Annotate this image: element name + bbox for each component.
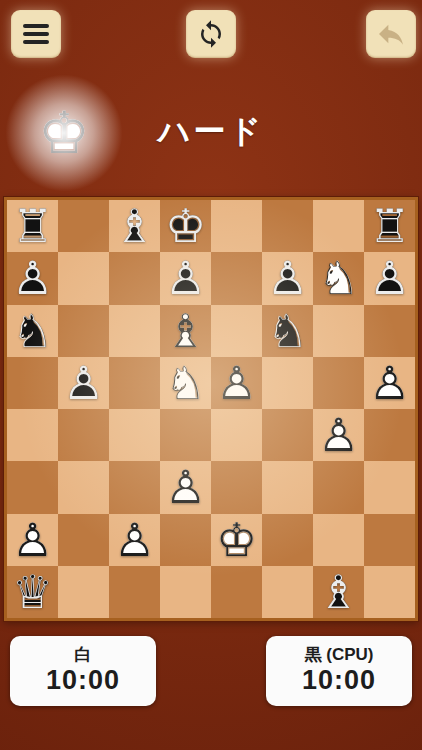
square-b1[interactable] (58, 566, 109, 618)
square-f1[interactable] (262, 566, 313, 618)
square-g2[interactable] (313, 514, 364, 566)
white-pawn: ♟♙ (313, 409, 364, 461)
square-h2[interactable] (364, 514, 415, 566)
black-rook: ♜♖ (364, 200, 415, 252)
square-c8[interactable]: ♝♗ (109, 200, 160, 252)
square-c6[interactable] (109, 305, 160, 357)
black-king: ♚♔ (160, 200, 211, 252)
black-clock-time: 10:00 (302, 666, 376, 696)
square-e4[interactable] (211, 409, 262, 461)
square-b7[interactable] (58, 252, 109, 304)
square-a3[interactable] (7, 461, 58, 513)
black-bishop: ♝♗ (313, 566, 364, 618)
square-h8[interactable]: ♜♖ (364, 200, 415, 252)
square-e5[interactable]: ♟♙ (211, 357, 262, 409)
square-f3[interactable] (262, 461, 313, 513)
square-c1[interactable] (109, 566, 160, 618)
square-c3[interactable] (109, 461, 160, 513)
square-e3[interactable] (211, 461, 262, 513)
square-h5[interactable]: ♟♙ (364, 357, 415, 409)
undo-icon (375, 18, 407, 50)
difficulty-title: ハード (0, 110, 422, 154)
square-b3[interactable] (58, 461, 109, 513)
square-a2[interactable]: ♟♙ (7, 514, 58, 566)
square-a1[interactable]: ♛♕ (7, 566, 58, 618)
square-g4[interactable]: ♟♙ (313, 409, 364, 461)
square-d1[interactable] (160, 566, 211, 618)
square-f5[interactable] (262, 357, 313, 409)
square-g8[interactable] (313, 200, 364, 252)
square-g5[interactable] (313, 357, 364, 409)
square-g7[interactable]: ♞♘ (313, 252, 364, 304)
square-a7[interactable]: ♟♙ (7, 252, 58, 304)
white-bishop: ♝♗ (160, 305, 211, 357)
square-c5[interactable] (109, 357, 160, 409)
chess-board: ♜♖♝♗♚♔♜♖♟♙♟♙♟♙♞♘♟♙♞♘♝♗♞♘♟♙♞♘♟♙♟♙♟♙♟♙♟♙♟♙… (4, 197, 418, 621)
square-h3[interactable] (364, 461, 415, 513)
white-pawn: ♟♙ (7, 514, 58, 566)
square-d6[interactable]: ♝♗ (160, 305, 211, 357)
white-king: ♚♔ (211, 514, 262, 566)
square-b4[interactable] (58, 409, 109, 461)
square-d7[interactable]: ♟♙ (160, 252, 211, 304)
undo-button[interactable] (366, 10, 416, 58)
square-d2[interactable] (160, 514, 211, 566)
black-clock: 黒 (CPU) 10:00 (266, 636, 412, 706)
square-f8[interactable] (262, 200, 313, 252)
white-pawn: ♟♙ (109, 514, 160, 566)
black-pawn: ♟♙ (58, 357, 109, 409)
white-pawn: ♟♙ (211, 357, 262, 409)
square-a4[interactable] (7, 409, 58, 461)
black-rook: ♜♖ (7, 200, 58, 252)
square-e6[interactable] (211, 305, 262, 357)
square-d5[interactable]: ♞♘ (160, 357, 211, 409)
square-a5[interactable] (7, 357, 58, 409)
white-clock-time: 10:00 (46, 666, 120, 696)
white-pawn: ♟♙ (160, 461, 211, 513)
square-b2[interactable] (58, 514, 109, 566)
black-clock-label: 黒 (CPU) (305, 646, 374, 665)
black-pawn: ♟♙ (7, 252, 58, 304)
white-clock-label: 白 (75, 646, 92, 665)
black-queen: ♛♕ (7, 566, 58, 618)
square-d4[interactable] (160, 409, 211, 461)
square-h7[interactable]: ♟♙ (364, 252, 415, 304)
square-b8[interactable] (58, 200, 109, 252)
hamburger-icon (23, 24, 49, 44)
square-e2[interactable]: ♚♔ (211, 514, 262, 566)
black-pawn: ♟♙ (160, 252, 211, 304)
refresh-icon (196, 19, 226, 49)
square-g6[interactable] (313, 305, 364, 357)
square-g1[interactable]: ♝♗ (313, 566, 364, 618)
square-d3[interactable]: ♟♙ (160, 461, 211, 513)
square-f6[interactable]: ♞♘ (262, 305, 313, 357)
square-e8[interactable] (211, 200, 262, 252)
restart-button[interactable] (186, 10, 236, 58)
square-e1[interactable] (211, 566, 262, 618)
square-f4[interactable] (262, 409, 313, 461)
white-pawn: ♟♙ (364, 357, 415, 409)
square-f2[interactable] (262, 514, 313, 566)
black-pawn: ♟♙ (364, 252, 415, 304)
square-h1[interactable] (364, 566, 415, 618)
square-b5[interactable]: ♟♙ (58, 357, 109, 409)
black-bishop: ♝♗ (109, 200, 160, 252)
square-c2[interactable]: ♟♙ (109, 514, 160, 566)
white-knight: ♞♘ (313, 252, 364, 304)
square-e7[interactable] (211, 252, 262, 304)
square-c7[interactable] (109, 252, 160, 304)
white-clock: 白 10:00 (10, 636, 156, 706)
menu-button[interactable] (11, 10, 61, 58)
square-h6[interactable] (364, 305, 415, 357)
black-pawn: ♟♙ (262, 252, 313, 304)
square-f7[interactable]: ♟♙ (262, 252, 313, 304)
square-h4[interactable] (364, 409, 415, 461)
black-knight: ♞♘ (7, 305, 58, 357)
white-knight: ♞♘ (160, 357, 211, 409)
square-a6[interactable]: ♞♘ (7, 305, 58, 357)
square-d8[interactable]: ♚♔ (160, 200, 211, 252)
square-a8[interactable]: ♜♖ (7, 200, 58, 252)
black-knight: ♞♘ (262, 305, 313, 357)
square-b6[interactable] (58, 305, 109, 357)
square-g3[interactable] (313, 461, 364, 513)
square-c4[interactable] (109, 409, 160, 461)
